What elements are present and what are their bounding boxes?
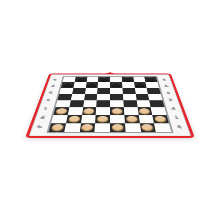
piece-silhouette-icon: ♜ bbox=[47, 91, 55, 95]
board-square[interactable] bbox=[79, 123, 95, 132]
checker-wood[interactable] bbox=[97, 116, 108, 122]
checker-wood[interactable] bbox=[141, 124, 154, 131]
board-square[interactable] bbox=[66, 115, 82, 123]
product-photo: ♞♟♜♞♝♟♞ ♞♟♞♜♟♝♞ bbox=[0, 0, 220, 220]
board-square[interactable] bbox=[125, 123, 141, 132]
piece-silhouette-icon: ♝ bbox=[42, 106, 50, 111]
checker-wood[interactable] bbox=[126, 116, 138, 122]
checker-black[interactable] bbox=[146, 77, 156, 81]
checker-wood[interactable] bbox=[112, 124, 124, 131]
piece-silhouette-icon: ♞ bbox=[36, 124, 45, 130]
piece-silhouette-icon: ♟ bbox=[163, 84, 171, 88]
board-square[interactable] bbox=[68, 107, 83, 115]
board-square[interactable] bbox=[149, 100, 164, 107]
piece-silhouette-icon: ♟ bbox=[38, 115, 48, 120]
piece-silhouette-icon: ♞ bbox=[161, 78, 168, 82]
checker-wood[interactable] bbox=[51, 124, 64, 131]
board-square[interactable] bbox=[151, 107, 167, 115]
board-square[interactable] bbox=[82, 107, 97, 115]
piece-silhouette-icon: ♞ bbox=[52, 78, 59, 82]
piece-silhouette-icon: ♞ bbox=[44, 98, 53, 102]
board-square[interactable] bbox=[96, 107, 110, 115]
piece-silhouette-icon: ♞ bbox=[175, 124, 184, 130]
board-area bbox=[46, 74, 175, 136]
checker-wood[interactable] bbox=[68, 116, 80, 122]
board-square[interactable] bbox=[124, 107, 139, 115]
checker-black[interactable] bbox=[63, 83, 73, 87]
checker-black[interactable] bbox=[76, 77, 86, 81]
board-square[interactable] bbox=[110, 107, 124, 115]
piece-silhouette-icon: ♟ bbox=[170, 106, 178, 111]
board-square[interactable] bbox=[152, 115, 168, 123]
checker-wood[interactable] bbox=[154, 116, 166, 122]
board-square[interactable] bbox=[110, 115, 125, 123]
checker-black[interactable] bbox=[87, 83, 97, 87]
checker-black[interactable] bbox=[123, 77, 132, 81]
board-square[interactable] bbox=[124, 115, 139, 123]
checker-black[interactable] bbox=[111, 83, 120, 87]
checker-wood[interactable] bbox=[139, 108, 151, 114]
board-square[interactable] bbox=[96, 100, 110, 107]
checker-black[interactable] bbox=[135, 83, 145, 87]
piece-silhouette-icon: ♜ bbox=[167, 98, 176, 102]
board-square[interactable] bbox=[110, 100, 124, 107]
checker-black[interactable] bbox=[100, 77, 109, 81]
piece-silhouette-icon: ♝ bbox=[172, 115, 182, 120]
board-square[interactable] bbox=[154, 123, 171, 132]
checkers-mat: ♞♟♜♞♝♟♞ ♞♟♞♜♟♝♞ bbox=[25, 73, 195, 138]
checker-wood[interactable] bbox=[112, 108, 123, 114]
board-square[interactable] bbox=[64, 123, 81, 132]
piece-silhouette-icon: ♞ bbox=[165, 91, 173, 95]
board-square[interactable] bbox=[95, 115, 110, 123]
board-square[interactable] bbox=[81, 115, 96, 123]
checker-wood[interactable] bbox=[84, 108, 95, 114]
checkers-board bbox=[46, 76, 173, 133]
piece-silhouette-icon: ♟ bbox=[49, 84, 57, 88]
board-square[interactable] bbox=[123, 100, 137, 107]
checker-wood[interactable] bbox=[81, 124, 93, 131]
board-square[interactable] bbox=[83, 100, 97, 107]
checker-wood[interactable] bbox=[55, 108, 67, 114]
board-square[interactable] bbox=[69, 100, 84, 107]
board-square[interactable] bbox=[110, 123, 125, 132]
board-square[interactable] bbox=[95, 123, 110, 132]
